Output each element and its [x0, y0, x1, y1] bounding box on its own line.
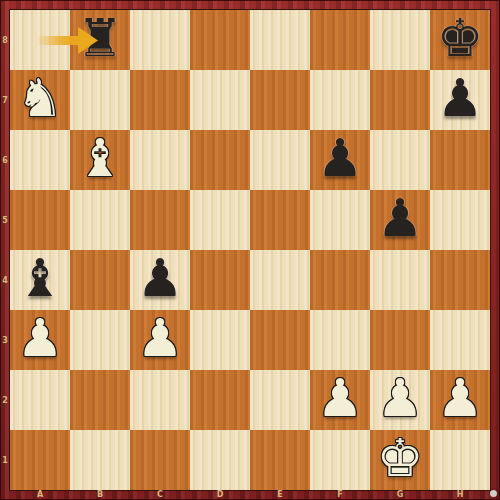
- square-e6[interactable]: [250, 130, 310, 190]
- square-e2[interactable]: [250, 370, 310, 430]
- square-e4[interactable]: [250, 250, 310, 310]
- square-f5[interactable]: [310, 190, 370, 250]
- chess-board-frame: ♜♚♞♟♝♟♟♝♟♟♟♟♟♟♚ 87654321 ABCDEFGH: [0, 0, 500, 500]
- file-label-d: D: [190, 490, 250, 500]
- square-h5[interactable]: [430, 190, 490, 250]
- square-c7[interactable]: [130, 70, 190, 130]
- file-label-e: E: [250, 490, 310, 500]
- square-b1[interactable]: [70, 430, 130, 490]
- black-king-piece[interactable]: ♚: [437, 8, 484, 68]
- square-b3[interactable]: [70, 310, 130, 370]
- square-h6[interactable]: [430, 130, 490, 190]
- square-g2[interactable]: ♟: [370, 370, 430, 430]
- square-g6[interactable]: [370, 130, 430, 190]
- resize-handle[interactable]: [490, 490, 497, 497]
- square-g1[interactable]: ♚: [370, 430, 430, 490]
- file-label-h: H: [430, 490, 490, 500]
- white-knight-piece[interactable]: ♞: [17, 68, 64, 128]
- square-h3[interactable]: [430, 310, 490, 370]
- square-c3[interactable]: ♟: [130, 310, 190, 370]
- square-g7[interactable]: [370, 70, 430, 130]
- square-a6[interactable]: [10, 130, 70, 190]
- rank-label-7: 7: [0, 70, 10, 130]
- white-pawn-piece[interactable]: ♟: [377, 368, 424, 428]
- black-bishop-piece[interactable]: ♝: [17, 248, 64, 308]
- rank-labels: 87654321: [0, 10, 10, 490]
- black-pawn-piece[interactable]: ♟: [377, 188, 424, 248]
- square-d6[interactable]: [190, 130, 250, 190]
- square-b4[interactable]: [70, 250, 130, 310]
- square-f2[interactable]: ♟: [310, 370, 370, 430]
- rank-label-1: 1: [0, 430, 10, 490]
- rank-label-6: 6: [0, 130, 10, 190]
- square-h2[interactable]: ♟: [430, 370, 490, 430]
- square-a8[interactable]: [10, 10, 70, 70]
- square-b7[interactable]: [70, 70, 130, 130]
- square-a5[interactable]: [10, 190, 70, 250]
- square-f8[interactable]: [310, 10, 370, 70]
- square-b2[interactable]: [70, 370, 130, 430]
- square-f6[interactable]: ♟: [310, 130, 370, 190]
- square-e7[interactable]: [250, 70, 310, 130]
- rank-label-3: 3: [0, 310, 10, 370]
- square-f7[interactable]: [310, 70, 370, 130]
- white-king-piece[interactable]: ♚: [377, 428, 424, 488]
- black-pawn-piece[interactable]: ♟: [137, 248, 184, 308]
- square-g5[interactable]: ♟: [370, 190, 430, 250]
- square-a3[interactable]: ♟: [10, 310, 70, 370]
- square-e1[interactable]: [250, 430, 310, 490]
- square-h4[interactable]: [430, 250, 490, 310]
- square-d8[interactable]: [190, 10, 250, 70]
- white-pawn-piece[interactable]: ♟: [437, 368, 484, 428]
- square-d7[interactable]: [190, 70, 250, 130]
- rank-label-5: 5: [0, 190, 10, 250]
- file-label-c: C: [130, 490, 190, 500]
- file-label-b: B: [70, 490, 130, 500]
- square-b8[interactable]: ♜: [70, 10, 130, 70]
- square-c1[interactable]: [130, 430, 190, 490]
- square-h8[interactable]: ♚: [430, 10, 490, 70]
- rank-label-4: 4: [0, 250, 10, 310]
- file-label-f: F: [310, 490, 370, 500]
- square-c4[interactable]: ♟: [130, 250, 190, 310]
- black-rook-piece[interactable]: ♜: [77, 8, 124, 68]
- white-bishop-piece[interactable]: ♝: [77, 128, 124, 188]
- square-h7[interactable]: ♟: [430, 70, 490, 130]
- square-e8[interactable]: [250, 10, 310, 70]
- black-pawn-piece[interactable]: ♟: [317, 128, 364, 188]
- board: ♜♚♞♟♝♟♟♝♟♟♟♟♟♟♚: [10, 10, 490, 490]
- white-pawn-piece[interactable]: ♟: [137, 308, 184, 368]
- square-h1[interactable]: [430, 430, 490, 490]
- rank-label-8: 8: [0, 10, 10, 70]
- file-label-a: A: [10, 490, 70, 500]
- square-d3[interactable]: [190, 310, 250, 370]
- square-d4[interactable]: [190, 250, 250, 310]
- square-a1[interactable]: [10, 430, 70, 490]
- square-g3[interactable]: [370, 310, 430, 370]
- square-c8[interactable]: [130, 10, 190, 70]
- square-a7[interactable]: ♞: [10, 70, 70, 130]
- square-e3[interactable]: [250, 310, 310, 370]
- square-d2[interactable]: [190, 370, 250, 430]
- square-d5[interactable]: [190, 190, 250, 250]
- square-a4[interactable]: ♝: [10, 250, 70, 310]
- square-f4[interactable]: [310, 250, 370, 310]
- black-pawn-piece[interactable]: ♟: [437, 68, 484, 128]
- square-c2[interactable]: [130, 370, 190, 430]
- square-f1[interactable]: [310, 430, 370, 490]
- file-label-g: G: [370, 490, 430, 500]
- file-labels: ABCDEFGH: [10, 490, 490, 500]
- white-pawn-piece[interactable]: ♟: [317, 368, 364, 428]
- square-b5[interactable]: [70, 190, 130, 250]
- square-c5[interactable]: [130, 190, 190, 250]
- square-g8[interactable]: [370, 10, 430, 70]
- square-g4[interactable]: [370, 250, 430, 310]
- white-pawn-piece[interactable]: ♟: [17, 308, 64, 368]
- rank-label-2: 2: [0, 370, 10, 430]
- square-d1[interactable]: [190, 430, 250, 490]
- square-a2[interactable]: [10, 370, 70, 430]
- square-c6[interactable]: [130, 130, 190, 190]
- square-e5[interactable]: [250, 190, 310, 250]
- square-b6[interactable]: ♝: [70, 130, 130, 190]
- square-f3[interactable]: [310, 310, 370, 370]
